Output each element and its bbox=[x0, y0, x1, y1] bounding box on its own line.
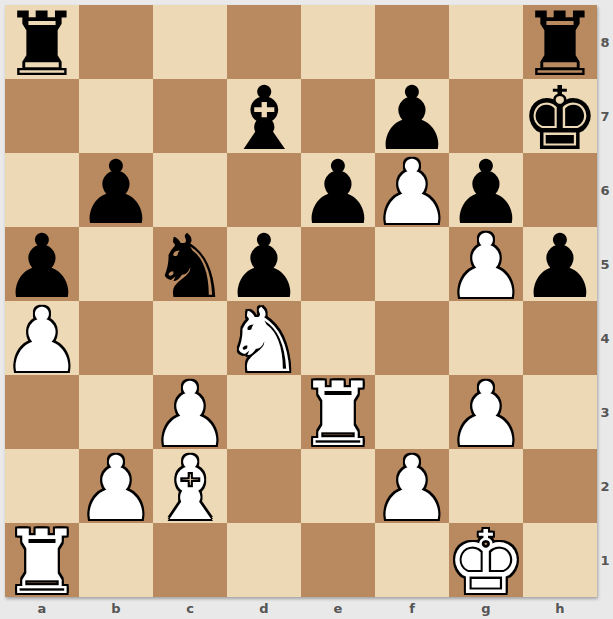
piece-white-rook[interactable]: ♜ bbox=[299, 371, 378, 459]
file-label-a: a bbox=[5, 597, 79, 619]
rank-labels: 87654321 bbox=[597, 5, 613, 597]
square-c8[interactable] bbox=[153, 5, 227, 79]
square-h1[interactable] bbox=[523, 523, 597, 597]
piece-white-pawn[interactable]: ♟ bbox=[77, 445, 156, 533]
piece-black-king[interactable]: ♚ bbox=[521, 75, 600, 163]
chess-board: ♜♜♝♟♚♟♟♟♟♟♞♟♟♟♟♞♟♜♟♟♝♟♜♚ bbox=[5, 5, 597, 597]
square-a7[interactable] bbox=[5, 79, 79, 153]
square-f4[interactable] bbox=[375, 301, 449, 375]
square-d2[interactable] bbox=[227, 449, 301, 523]
square-h3[interactable] bbox=[523, 375, 597, 449]
piece-white-pawn[interactable]: ♟ bbox=[3, 297, 82, 385]
piece-black-pawn[interactable]: ♟ bbox=[299, 149, 378, 237]
piece-black-bishop[interactable]: ♝ bbox=[225, 75, 304, 163]
square-b4[interactable] bbox=[79, 301, 153, 375]
square-f5[interactable] bbox=[375, 227, 449, 301]
square-d4[interactable]: ♞ bbox=[227, 301, 301, 375]
square-g8[interactable] bbox=[449, 5, 523, 79]
file-label-b: b bbox=[79, 597, 153, 619]
piece-black-knight[interactable]: ♞ bbox=[151, 223, 230, 311]
square-b8[interactable] bbox=[79, 5, 153, 79]
piece-black-pawn[interactable]: ♟ bbox=[77, 149, 156, 237]
square-e1[interactable] bbox=[301, 523, 375, 597]
square-f1[interactable] bbox=[375, 523, 449, 597]
rank-label-3: 3 bbox=[597, 375, 613, 449]
square-d7[interactable]: ♝ bbox=[227, 79, 301, 153]
square-e6[interactable]: ♟ bbox=[301, 153, 375, 227]
piece-white-bishop[interactable]: ♝ bbox=[151, 445, 230, 533]
rank-label-5: 5 bbox=[597, 227, 613, 301]
rank-label-1: 1 bbox=[597, 523, 613, 597]
square-a8[interactable]: ♜ bbox=[5, 5, 79, 79]
file-label-d: d bbox=[227, 597, 301, 619]
square-e5[interactable] bbox=[301, 227, 375, 301]
square-b6[interactable]: ♟ bbox=[79, 153, 153, 227]
square-c7[interactable] bbox=[153, 79, 227, 153]
piece-white-pawn[interactable]: ♟ bbox=[447, 223, 526, 311]
square-g5[interactable]: ♟ bbox=[449, 227, 523, 301]
piece-white-pawn[interactable]: ♟ bbox=[447, 371, 526, 459]
file-labels: abcdefgh bbox=[5, 597, 597, 619]
rank-label-2: 2 bbox=[597, 449, 613, 523]
square-f6[interactable]: ♟ bbox=[375, 153, 449, 227]
square-h4[interactable] bbox=[523, 301, 597, 375]
rank-label-8: 8 bbox=[597, 5, 613, 79]
square-g3[interactable]: ♟ bbox=[449, 375, 523, 449]
file-label-f: f bbox=[375, 597, 449, 619]
square-g1[interactable]: ♚ bbox=[449, 523, 523, 597]
square-a3[interactable] bbox=[5, 375, 79, 449]
square-b2[interactable]: ♟ bbox=[79, 449, 153, 523]
square-d3[interactable] bbox=[227, 375, 301, 449]
square-a4[interactable]: ♟ bbox=[5, 301, 79, 375]
file-label-c: c bbox=[153, 597, 227, 619]
rank-label-4: 4 bbox=[597, 301, 613, 375]
piece-white-knight[interactable]: ♞ bbox=[225, 297, 304, 385]
piece-black-rook[interactable]: ♜ bbox=[3, 1, 82, 89]
chess-app-screen: ♜♜♝♟♚♟♟♟♟♟♞♟♟♟♟♞♟♜♟♟♝♟♜♚ 87654321 abcdef… bbox=[0, 0, 613, 619]
file-label-e: e bbox=[301, 597, 375, 619]
square-c2[interactable]: ♝ bbox=[153, 449, 227, 523]
file-label-h: h bbox=[523, 597, 597, 619]
piece-black-pawn[interactable]: ♟ bbox=[521, 223, 600, 311]
square-c5[interactable]: ♞ bbox=[153, 227, 227, 301]
square-c1[interactable] bbox=[153, 523, 227, 597]
square-h7[interactable]: ♚ bbox=[523, 79, 597, 153]
rank-label-6: 6 bbox=[597, 153, 613, 227]
square-b5[interactable] bbox=[79, 227, 153, 301]
square-h5[interactable]: ♟ bbox=[523, 227, 597, 301]
rank-label-7: 7 bbox=[597, 79, 613, 153]
square-f2[interactable]: ♟ bbox=[375, 449, 449, 523]
piece-white-pawn[interactable]: ♟ bbox=[373, 149, 452, 237]
piece-white-rook[interactable]: ♜ bbox=[3, 519, 82, 607]
square-b1[interactable] bbox=[79, 523, 153, 597]
square-d1[interactable] bbox=[227, 523, 301, 597]
piece-white-king[interactable]: ♚ bbox=[447, 519, 526, 607]
square-e2[interactable] bbox=[301, 449, 375, 523]
file-label-g: g bbox=[449, 597, 523, 619]
piece-white-pawn[interactable]: ♟ bbox=[373, 445, 452, 533]
square-e8[interactable] bbox=[301, 5, 375, 79]
square-e3[interactable]: ♜ bbox=[301, 375, 375, 449]
square-h2[interactable] bbox=[523, 449, 597, 523]
square-a1[interactable]: ♜ bbox=[5, 523, 79, 597]
